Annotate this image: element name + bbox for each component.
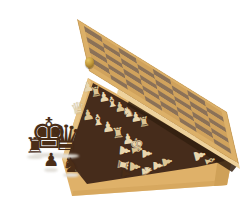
piece-layer: ♜♚♛♟♞♟♜♟♝♟♞♟♜♛♟♝♟♜♟♚♟♝♟♜♟♞♟♟♟♟♝ (0, 0, 240, 216)
product-photo-chess-box: ♜♚♛♟♞♟♜♟♝♟♞♟♜♛♟♝♟♜♟♚♟♝♟♜♟♞♟♟♟♟♝ (0, 0, 240, 216)
tray-piece-rook: ♜ (137, 114, 151, 129)
tray-piece-dark-pawn: ♟ (120, 168, 133, 180)
dark-knight: ♞ (62, 155, 80, 175)
dark-pawn: ♟ (43, 151, 59, 169)
tray-piece-pawn: ♟ (140, 148, 153, 160)
tray-piece-bishop: ♝ (202, 153, 218, 168)
tray-piece-pawn: ♟ (159, 155, 174, 169)
